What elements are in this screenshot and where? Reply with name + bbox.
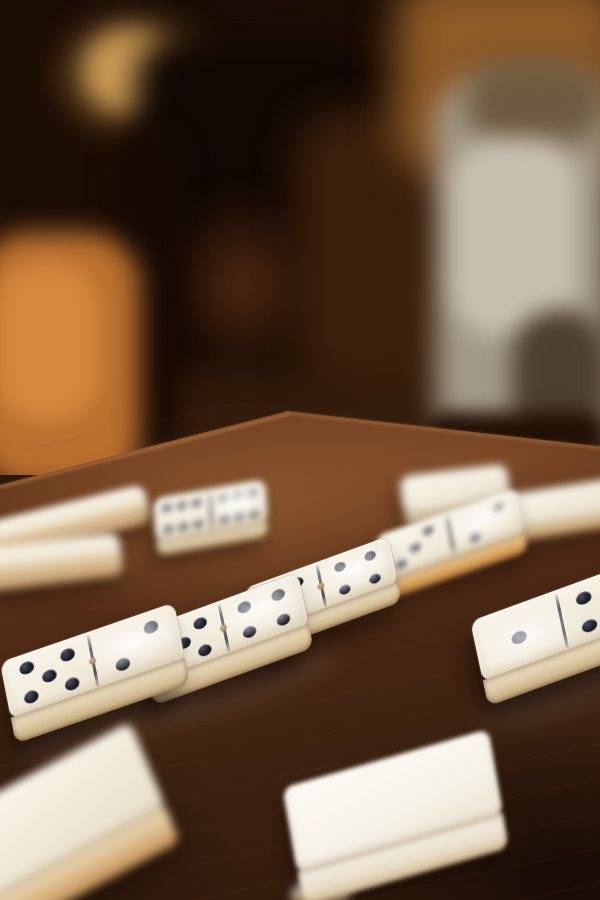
orange-cushion-highlight — [0, 262, 100, 422]
dominoes-photo — [0, 0, 600, 900]
pale-chair-highlight — [452, 140, 577, 335]
pale-chair-top-blur — [465, 60, 600, 145]
